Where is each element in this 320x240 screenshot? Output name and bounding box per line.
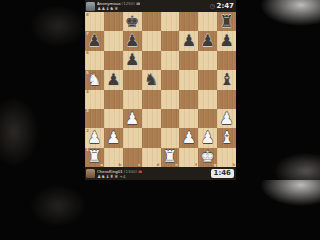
square-e1[interactable]: e♜: [161, 148, 180, 167]
square-c6[interactable]: ♟: [123, 51, 142, 70]
square-e8[interactable]: [161, 12, 180, 31]
square-d7[interactable]: [142, 31, 161, 50]
piece-black-pawn-c6[interactable]: ♟: [123, 51, 142, 70]
square-d1[interactable]: d: [142, 148, 161, 167]
piece-white-pawn-h3[interactable]: ♟: [217, 109, 236, 128]
bottom-player-captured-pieces: ♟♞♝♜♛+4: [97, 174, 126, 179]
top-clock-area: ◷ 2:47: [210, 2, 236, 10]
square-a5[interactable]: 5♞: [85, 70, 104, 89]
piece-black-pawn-a7[interactable]: ♟: [85, 31, 104, 50]
square-d8[interactable]: [142, 12, 161, 31]
square-d6[interactable]: [142, 51, 161, 70]
file-label-f: f: [195, 162, 197, 166]
square-h8[interactable]: ♜: [217, 12, 236, 31]
top-player-info: Anonymous(1250) ♟♟♝♞♛: [97, 0, 210, 12]
square-g2[interactable]: ♟: [198, 128, 217, 147]
square-e5[interactable]: [161, 70, 180, 89]
piece-white-rook-e1[interactable]: ♜: [161, 148, 180, 167]
top-player-bar: Anonymous(1250) ♟♟♝♞♛ ◷ 2:47: [85, 0, 236, 12]
piece-black-pawn-g7[interactable]: ♟: [198, 31, 217, 50]
square-b5[interactable]: ♟: [104, 70, 123, 89]
square-f1[interactable]: f: [179, 148, 198, 167]
piece-white-king-g1[interactable]: ♚: [198, 148, 217, 167]
piece-white-pawn-f2[interactable]: ♟: [179, 128, 198, 147]
square-a2[interactable]: 2♟: [85, 128, 104, 147]
square-e4[interactable]: [161, 90, 180, 109]
square-f5[interactable]: [179, 70, 198, 89]
square-b6[interactable]: [104, 51, 123, 70]
square-a7[interactable]: 7♟: [85, 31, 104, 50]
captured-pieces-row: ♟♞♝♜♛: [97, 174, 118, 179]
square-b3[interactable]: [104, 109, 123, 128]
square-h1[interactable]: h: [217, 148, 236, 167]
square-b7[interactable]: [104, 31, 123, 50]
bottom-player-clock: 1:46: [211, 169, 234, 179]
top-player-name[interactable]: Anonymous: [97, 1, 121, 6]
square-g6[interactable]: [198, 51, 217, 70]
piece-black-pawn-c7[interactable]: ♟: [123, 31, 142, 50]
square-a4[interactable]: 4: [85, 90, 104, 109]
bottom-clock-area: 1:46: [211, 169, 236, 179]
square-f7[interactable]: ♟: [179, 31, 198, 50]
rank-label-4: 4: [86, 90, 89, 94]
square-c5[interactable]: [123, 70, 142, 89]
piece-black-knight-d5[interactable]: ♞: [142, 70, 161, 89]
piece-black-pawn-f7[interactable]: ♟: [179, 31, 198, 50]
captured-pieces-row: ♟♟♝♞♛: [97, 6, 118, 11]
square-a3[interactable]: 3: [85, 109, 104, 128]
top-player-captured-pieces: ♟♟♝♞♛: [97, 6, 118, 11]
piece-black-pawn-h7[interactable]: ♟: [217, 31, 236, 50]
square-h6[interactable]: [217, 51, 236, 70]
piece-white-knight-a5[interactable]: ♞: [85, 70, 104, 89]
piece-black-bishop-h5[interactable]: ♝: [217, 70, 236, 89]
square-c3[interactable]: ♟: [123, 109, 142, 128]
square-e3[interactable]: [161, 109, 180, 128]
square-f4[interactable]: [179, 90, 198, 109]
top-player-clock: 2:47: [217, 2, 234, 10]
square-a6[interactable]: 6: [85, 51, 104, 70]
rank-label-3: 3: [86, 109, 89, 113]
square-g8[interactable]: [198, 12, 217, 31]
square-h4[interactable]: [217, 90, 236, 109]
piece-black-pawn-b5[interactable]: ♟: [104, 70, 123, 89]
square-h3[interactable]: ♟: [217, 109, 236, 128]
square-g3[interactable]: [198, 109, 217, 128]
file-label-b: b: [119, 162, 122, 166]
square-b2[interactable]: ♟: [104, 128, 123, 147]
square-h2[interactable]: ♝: [217, 128, 236, 147]
square-c7[interactable]: ♟: [123, 31, 142, 50]
file-label-c: c: [138, 162, 140, 166]
piece-black-king-c8[interactable]: ♚: [123, 12, 142, 31]
bottom-player-avatar[interactable]: [86, 169, 95, 178]
square-c8[interactable]: ♚: [123, 12, 142, 31]
square-f6[interactable]: [179, 51, 198, 70]
square-g1[interactable]: g♚: [198, 148, 217, 167]
square-h7[interactable]: ♟: [217, 31, 236, 50]
square-f3[interactable]: [179, 109, 198, 128]
piece-white-pawn-c3[interactable]: ♟: [123, 109, 142, 128]
top-player-flag-icon: [136, 3, 140, 6]
square-c4[interactable]: [123, 90, 142, 109]
clock-icon: ◷: [210, 3, 215, 9]
bottom-player-name[interactable]: ChessKing01: [97, 169, 123, 174]
material-advantage-badge: +4: [119, 174, 125, 179]
square-b4[interactable]: [104, 90, 123, 109]
chess-board[interactable]: 8♚♜7♟♟♟♟♟6♟5♞♟♞♝43♟♟2♟♟♟♟♝1a♜bcde♜fg♚h: [85, 12, 236, 167]
top-player-avatar[interactable]: [86, 2, 95, 11]
square-e7[interactable]: [161, 31, 180, 50]
piece-black-rook-h8[interactable]: ♜: [217, 12, 236, 31]
square-c2[interactable]: [123, 128, 142, 147]
square-d5[interactable]: ♞: [142, 70, 161, 89]
piece-white-pawn-b2[interactable]: ♟: [104, 128, 123, 147]
square-g4[interactable]: [198, 90, 217, 109]
piece-white-pawn-a2[interactable]: ♟: [85, 128, 104, 147]
chess-app-panel: Anonymous(1250) ♟♟♝♞♛ ◷ 2:47 8♚♜7♟♟♟♟♟6♟…: [85, 0, 236, 180]
square-a8[interactable]: 8: [85, 12, 104, 31]
square-a1[interactable]: 1a♜: [85, 148, 104, 167]
bottom-player-info: ChessKing01(1300) ♟♞♝♜♛+4: [97, 168, 211, 180]
square-g5[interactable]: [198, 70, 217, 89]
square-d2[interactable]: [142, 128, 161, 147]
square-c1[interactable]: c: [123, 148, 142, 167]
square-b1[interactable]: b: [104, 148, 123, 167]
top-player-name-line: Anonymous(1250): [97, 1, 140, 6]
piece-white-pawn-g2[interactable]: ♟: [198, 128, 217, 147]
file-label-d: d: [157, 162, 160, 166]
square-e2[interactable]: [161, 128, 180, 147]
square-h5[interactable]: ♝: [217, 70, 236, 89]
bottom-player-rating: (1300): [124, 169, 137, 174]
square-e6[interactable]: [161, 51, 180, 70]
square-d4[interactable]: [142, 90, 161, 109]
file-label-h: h: [232, 162, 235, 166]
square-f2[interactable]: ♟: [179, 128, 198, 147]
bottom-player-name-line: ChessKing01(1300): [97, 169, 142, 174]
square-b8[interactable]: [104, 12, 123, 31]
rank-label-6: 6: [86, 51, 89, 55]
rank-label-8: 8: [86, 13, 89, 17]
piece-white-bishop-h2[interactable]: ♝: [217, 128, 236, 147]
bottom-player-bar: ChessKing01(1300) ♟♞♝♜♛+4 1:46: [85, 167, 236, 180]
square-f8[interactable]: [179, 12, 198, 31]
square-d3[interactable]: [142, 109, 161, 128]
bottom-player-flag-icon: [139, 170, 143, 173]
top-player-rating: (1250): [122, 1, 135, 6]
square-g7[interactable]: ♟: [198, 31, 217, 50]
piece-white-rook-a1[interactable]: ♜: [85, 148, 104, 167]
